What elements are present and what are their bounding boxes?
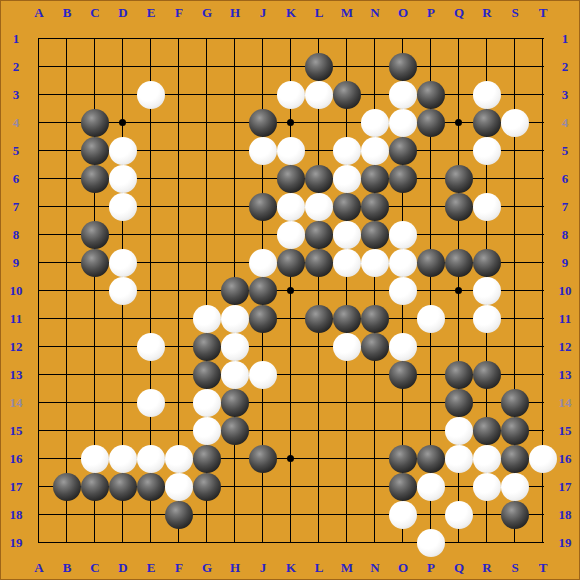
point-B19[interactable] [53,529,81,557]
point-L6[interactable] [305,165,333,193]
point-Q10[interactable] [445,277,473,305]
point-B17[interactable] [53,473,81,501]
point-P14[interactable] [417,389,445,417]
point-C14[interactable] [81,389,109,417]
point-M12[interactable] [333,333,361,361]
point-S2[interactable] [501,53,529,81]
point-K12[interactable] [277,333,305,361]
point-M16[interactable] [333,445,361,473]
point-C6[interactable] [81,165,109,193]
point-E2[interactable] [137,53,165,81]
point-S17[interactable] [501,473,529,501]
point-E3[interactable] [137,81,165,109]
point-A2[interactable] [25,53,53,81]
point-K4[interactable] [277,109,305,137]
point-R5[interactable] [473,137,501,165]
point-F19[interactable] [165,529,193,557]
point-L16[interactable] [305,445,333,473]
point-P16[interactable] [417,445,445,473]
point-K18[interactable] [277,501,305,529]
point-O11[interactable] [389,305,417,333]
point-E14[interactable] [137,389,165,417]
point-M2[interactable] [333,53,361,81]
point-A12[interactable] [25,333,53,361]
point-Q17[interactable] [445,473,473,501]
point-A6[interactable] [25,165,53,193]
point-N5[interactable] [361,137,389,165]
point-D9[interactable] [109,249,137,277]
point-B14[interactable] [53,389,81,417]
point-H18[interactable] [221,501,249,529]
point-F3[interactable] [165,81,193,109]
point-O4[interactable] [389,109,417,137]
point-O18[interactable] [389,501,417,529]
point-B8[interactable] [53,221,81,249]
point-N15[interactable] [361,417,389,445]
point-Q5[interactable] [445,137,473,165]
point-O7[interactable] [389,193,417,221]
point-H7[interactable] [221,193,249,221]
point-O12[interactable] [389,333,417,361]
point-E12[interactable] [137,333,165,361]
point-A19[interactable] [25,529,53,557]
point-L12[interactable] [305,333,333,361]
point-P10[interactable] [417,277,445,305]
point-Q1[interactable] [445,25,473,53]
point-J10[interactable] [249,277,277,305]
point-K13[interactable] [277,361,305,389]
point-E8[interactable] [137,221,165,249]
point-D3[interactable] [109,81,137,109]
point-M11[interactable] [333,305,361,333]
point-P19[interactable] [417,529,445,557]
point-C3[interactable] [81,81,109,109]
point-F5[interactable] [165,137,193,165]
point-O16[interactable] [389,445,417,473]
point-F16[interactable] [165,445,193,473]
point-E1[interactable] [137,25,165,53]
point-G15[interactable] [193,417,221,445]
point-R8[interactable] [473,221,501,249]
point-B1[interactable] [53,25,81,53]
point-E9[interactable] [137,249,165,277]
point-L19[interactable] [305,529,333,557]
point-A15[interactable] [25,417,53,445]
point-N10[interactable] [361,277,389,305]
point-Q19[interactable] [445,529,473,557]
point-H16[interactable] [221,445,249,473]
point-H2[interactable] [221,53,249,81]
point-S9[interactable] [501,249,529,277]
point-M7[interactable] [333,193,361,221]
point-Q4[interactable] [445,109,473,137]
point-E13[interactable] [137,361,165,389]
point-C4[interactable] [81,109,109,137]
point-L3[interactable] [305,81,333,109]
point-J17[interactable] [249,473,277,501]
point-S16[interactable] [501,445,529,473]
point-O8[interactable] [389,221,417,249]
point-A11[interactable] [25,305,53,333]
point-N8[interactable] [361,221,389,249]
point-F8[interactable] [165,221,193,249]
point-P5[interactable] [417,137,445,165]
point-D2[interactable] [109,53,137,81]
point-P9[interactable] [417,249,445,277]
point-D7[interactable] [109,193,137,221]
point-K10[interactable] [277,277,305,305]
point-G8[interactable] [193,221,221,249]
point-K7[interactable] [277,193,305,221]
point-L10[interactable] [305,277,333,305]
point-M3[interactable] [333,81,361,109]
point-L4[interactable] [305,109,333,137]
point-G16[interactable] [193,445,221,473]
point-P17[interactable] [417,473,445,501]
point-R11[interactable] [473,305,501,333]
point-J13[interactable] [249,361,277,389]
point-R7[interactable] [473,193,501,221]
point-D5[interactable] [109,137,137,165]
point-D6[interactable] [109,165,137,193]
point-S11[interactable] [501,305,529,333]
point-C2[interactable] [81,53,109,81]
point-K3[interactable] [277,81,305,109]
point-D8[interactable] [109,221,137,249]
point-G12[interactable] [193,333,221,361]
point-G17[interactable] [193,473,221,501]
point-B5[interactable] [53,137,81,165]
point-R1[interactable] [473,25,501,53]
point-O3[interactable] [389,81,417,109]
point-K16[interactable] [277,445,305,473]
point-C5[interactable] [81,137,109,165]
point-D13[interactable] [109,361,137,389]
point-C15[interactable] [81,417,109,445]
point-O15[interactable] [389,417,417,445]
point-B11[interactable] [53,305,81,333]
point-E6[interactable] [137,165,165,193]
point-P15[interactable] [417,417,445,445]
point-O1[interactable] [389,25,417,53]
point-K14[interactable] [277,389,305,417]
point-G7[interactable] [193,193,221,221]
point-B12[interactable] [53,333,81,361]
point-K2[interactable] [277,53,305,81]
point-A18[interactable] [25,501,53,529]
point-G4[interactable] [193,109,221,137]
point-N9[interactable] [361,249,389,277]
point-C13[interactable] [81,361,109,389]
point-N19[interactable] [361,529,389,557]
point-H17[interactable] [221,473,249,501]
point-O19[interactable] [389,529,417,557]
point-O9[interactable] [389,249,417,277]
point-B9[interactable] [53,249,81,277]
point-L13[interactable] [305,361,333,389]
point-J7[interactable] [249,193,277,221]
point-S3[interactable] [501,81,529,109]
point-G18[interactable] [193,501,221,529]
point-Q16[interactable] [445,445,473,473]
point-Q3[interactable] [445,81,473,109]
point-J2[interactable] [249,53,277,81]
point-B10[interactable] [53,277,81,305]
point-F11[interactable] [165,305,193,333]
point-H15[interactable] [221,417,249,445]
point-C11[interactable] [81,305,109,333]
point-A4[interactable] [25,109,53,137]
point-K17[interactable] [277,473,305,501]
point-R13[interactable] [473,361,501,389]
point-E17[interactable] [137,473,165,501]
point-J14[interactable] [249,389,277,417]
point-D11[interactable] [109,305,137,333]
point-G19[interactable] [193,529,221,557]
point-R19[interactable] [473,529,501,557]
point-Q11[interactable] [445,305,473,333]
point-H19[interactable] [221,529,249,557]
point-C7[interactable] [81,193,109,221]
point-K19[interactable] [277,529,305,557]
point-C1[interactable] [81,25,109,53]
point-S7[interactable] [501,193,529,221]
point-P13[interactable] [417,361,445,389]
point-O14[interactable] [389,389,417,417]
point-R10[interactable] [473,277,501,305]
point-Q2[interactable] [445,53,473,81]
point-Q6[interactable] [445,165,473,193]
point-J12[interactable] [249,333,277,361]
point-F6[interactable] [165,165,193,193]
point-D14[interactable] [109,389,137,417]
point-B7[interactable] [53,193,81,221]
point-S1[interactable] [501,25,529,53]
point-S4[interactable] [501,109,529,137]
point-N4[interactable] [361,109,389,137]
point-P6[interactable] [417,165,445,193]
point-C9[interactable] [81,249,109,277]
point-G2[interactable] [193,53,221,81]
point-M15[interactable] [333,417,361,445]
point-D16[interactable] [109,445,137,473]
point-G3[interactable] [193,81,221,109]
point-Q15[interactable] [445,417,473,445]
point-C12[interactable] [81,333,109,361]
point-F15[interactable] [165,417,193,445]
point-F10[interactable] [165,277,193,305]
point-P12[interactable] [417,333,445,361]
point-G6[interactable] [193,165,221,193]
point-B3[interactable] [53,81,81,109]
point-H12[interactable] [221,333,249,361]
point-K5[interactable] [277,137,305,165]
point-L5[interactable] [305,137,333,165]
point-J5[interactable] [249,137,277,165]
point-S14[interactable] [501,389,529,417]
point-M1[interactable] [333,25,361,53]
point-H11[interactable] [221,305,249,333]
point-D18[interactable] [109,501,137,529]
point-G1[interactable] [193,25,221,53]
point-N2[interactable] [361,53,389,81]
point-F17[interactable] [165,473,193,501]
point-C8[interactable] [81,221,109,249]
point-A17[interactable] [25,473,53,501]
point-B6[interactable] [53,165,81,193]
point-L8[interactable] [305,221,333,249]
point-N11[interactable] [361,305,389,333]
point-O10[interactable] [389,277,417,305]
point-N18[interactable] [361,501,389,529]
point-A9[interactable] [25,249,53,277]
point-P3[interactable] [417,81,445,109]
point-R16[interactable] [473,445,501,473]
point-N6[interactable] [361,165,389,193]
point-R3[interactable] [473,81,501,109]
point-J3[interactable] [249,81,277,109]
point-A5[interactable] [25,137,53,165]
point-N3[interactable] [361,81,389,109]
point-M6[interactable] [333,165,361,193]
point-P8[interactable] [417,221,445,249]
point-C17[interactable] [81,473,109,501]
point-E15[interactable] [137,417,165,445]
point-H8[interactable] [221,221,249,249]
point-J4[interactable] [249,109,277,137]
point-M10[interactable] [333,277,361,305]
point-K9[interactable] [277,249,305,277]
point-D4[interactable] [109,109,137,137]
point-E11[interactable] [137,305,165,333]
point-N14[interactable] [361,389,389,417]
point-L15[interactable] [305,417,333,445]
point-A16[interactable] [25,445,53,473]
point-P1[interactable] [417,25,445,53]
point-L11[interactable] [305,305,333,333]
point-C16[interactable] [81,445,109,473]
point-R6[interactable] [473,165,501,193]
point-R2[interactable] [473,53,501,81]
point-J6[interactable] [249,165,277,193]
point-M18[interactable] [333,501,361,529]
point-B16[interactable] [53,445,81,473]
point-J1[interactable] [249,25,277,53]
point-S12[interactable] [501,333,529,361]
point-B18[interactable] [53,501,81,529]
point-S15[interactable] [501,417,529,445]
point-N12[interactable] [361,333,389,361]
point-R12[interactable] [473,333,501,361]
point-E4[interactable] [137,109,165,137]
point-P2[interactable] [417,53,445,81]
point-M8[interactable] [333,221,361,249]
point-O17[interactable] [389,473,417,501]
point-P7[interactable] [417,193,445,221]
point-F18[interactable] [165,501,193,529]
point-H14[interactable] [221,389,249,417]
point-L9[interactable] [305,249,333,277]
point-L2[interactable] [305,53,333,81]
point-L17[interactable] [305,473,333,501]
point-R14[interactable] [473,389,501,417]
point-M17[interactable] [333,473,361,501]
point-F12[interactable] [165,333,193,361]
point-E18[interactable] [137,501,165,529]
point-K11[interactable] [277,305,305,333]
point-M4[interactable] [333,109,361,137]
point-K15[interactable] [277,417,305,445]
point-E19[interactable] [137,529,165,557]
point-A3[interactable] [25,81,53,109]
point-H13[interactable] [221,361,249,389]
point-G10[interactable] [193,277,221,305]
point-F14[interactable] [165,389,193,417]
point-M19[interactable] [333,529,361,557]
point-R15[interactable] [473,417,501,445]
point-L1[interactable] [305,25,333,53]
point-O13[interactable] [389,361,417,389]
point-H6[interactable] [221,165,249,193]
point-E16[interactable] [137,445,165,473]
point-D1[interactable] [109,25,137,53]
point-A10[interactable] [25,277,53,305]
point-G11[interactable] [193,305,221,333]
point-H9[interactable] [221,249,249,277]
point-D17[interactable] [109,473,137,501]
point-M5[interactable] [333,137,361,165]
point-J11[interactable] [249,305,277,333]
point-L14[interactable] [305,389,333,417]
point-P11[interactable] [417,305,445,333]
point-J16[interactable] [249,445,277,473]
point-M9[interactable] [333,249,361,277]
point-R17[interactable] [473,473,501,501]
point-K1[interactable] [277,25,305,53]
point-A13[interactable] [25,361,53,389]
point-C19[interactable] [81,529,109,557]
point-J15[interactable] [249,417,277,445]
point-P4[interactable] [417,109,445,137]
point-K6[interactable] [277,165,305,193]
point-F9[interactable] [165,249,193,277]
point-Q14[interactable] [445,389,473,417]
point-N1[interactable] [361,25,389,53]
point-F4[interactable] [165,109,193,137]
point-E7[interactable] [137,193,165,221]
point-R4[interactable] [473,109,501,137]
point-S19[interactable] [501,529,529,557]
point-Q12[interactable] [445,333,473,361]
point-H4[interactable] [221,109,249,137]
point-Q8[interactable] [445,221,473,249]
point-L7[interactable] [305,193,333,221]
point-S13[interactable] [501,361,529,389]
point-A1[interactable] [25,25,53,53]
point-H3[interactable] [221,81,249,109]
point-R9[interactable] [473,249,501,277]
point-N16[interactable] [361,445,389,473]
point-A7[interactable] [25,193,53,221]
point-B4[interactable] [53,109,81,137]
point-N13[interactable] [361,361,389,389]
point-F7[interactable] [165,193,193,221]
point-N17[interactable] [361,473,389,501]
point-E10[interactable] [137,277,165,305]
point-E5[interactable] [137,137,165,165]
point-S5[interactable] [501,137,529,165]
point-B13[interactable] [53,361,81,389]
